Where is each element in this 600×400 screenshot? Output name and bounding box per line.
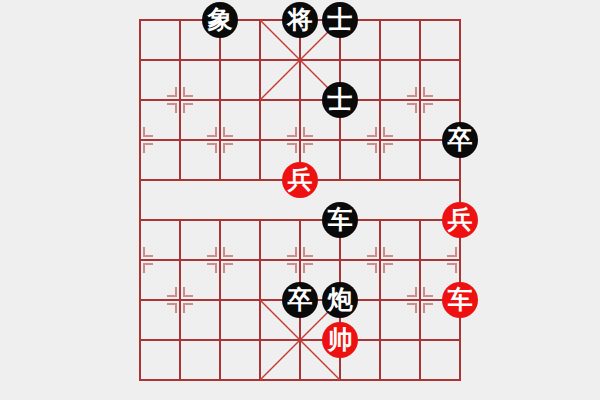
- piece-black-chariot[interactable]: 车: [322, 202, 358, 238]
- piece-black-elephant[interactable]: 象: [202, 2, 238, 38]
- piece-black-advisor[interactable]: 士: [322, 82, 358, 118]
- piece-black-advisor[interactable]: 士: [322, 2, 358, 38]
- piece-glyph: 士: [328, 7, 353, 32]
- piece-glyph: 炮: [328, 287, 353, 312]
- piece-glyph: 兵: [288, 167, 313, 192]
- piece-glyph: 帅: [328, 327, 353, 352]
- piece-glyph: 士: [328, 87, 353, 112]
- piece-black-general[interactable]: 将: [282, 2, 318, 38]
- piece-glyph: 车: [448, 287, 473, 312]
- piece-red-soldier[interactable]: 兵: [282, 162, 318, 198]
- piece-glyph: 卒: [448, 127, 473, 152]
- piece-glyph: 兵: [448, 207, 473, 232]
- piece-red-chariot[interactable]: 车: [442, 282, 478, 318]
- piece-black-soldier[interactable]: 卒: [282, 282, 318, 318]
- xiangqi-board[interactable]: 象将士士卒兵车兵卒炮车帅: [0, 0, 600, 400]
- piece-glyph: 将: [288, 7, 313, 32]
- piece-red-soldier[interactable]: 兵: [442, 202, 478, 238]
- piece-red-general[interactable]: 帅: [322, 322, 358, 358]
- piece-black-soldier[interactable]: 卒: [442, 122, 478, 158]
- piece-black-cannon[interactable]: 炮: [322, 282, 358, 318]
- piece-glyph: 卒: [288, 287, 313, 312]
- piece-layer: 象将士士卒兵车兵卒炮车帅: [120, 0, 480, 400]
- piece-glyph: 象: [208, 7, 233, 32]
- piece-glyph: 车: [328, 207, 353, 232]
